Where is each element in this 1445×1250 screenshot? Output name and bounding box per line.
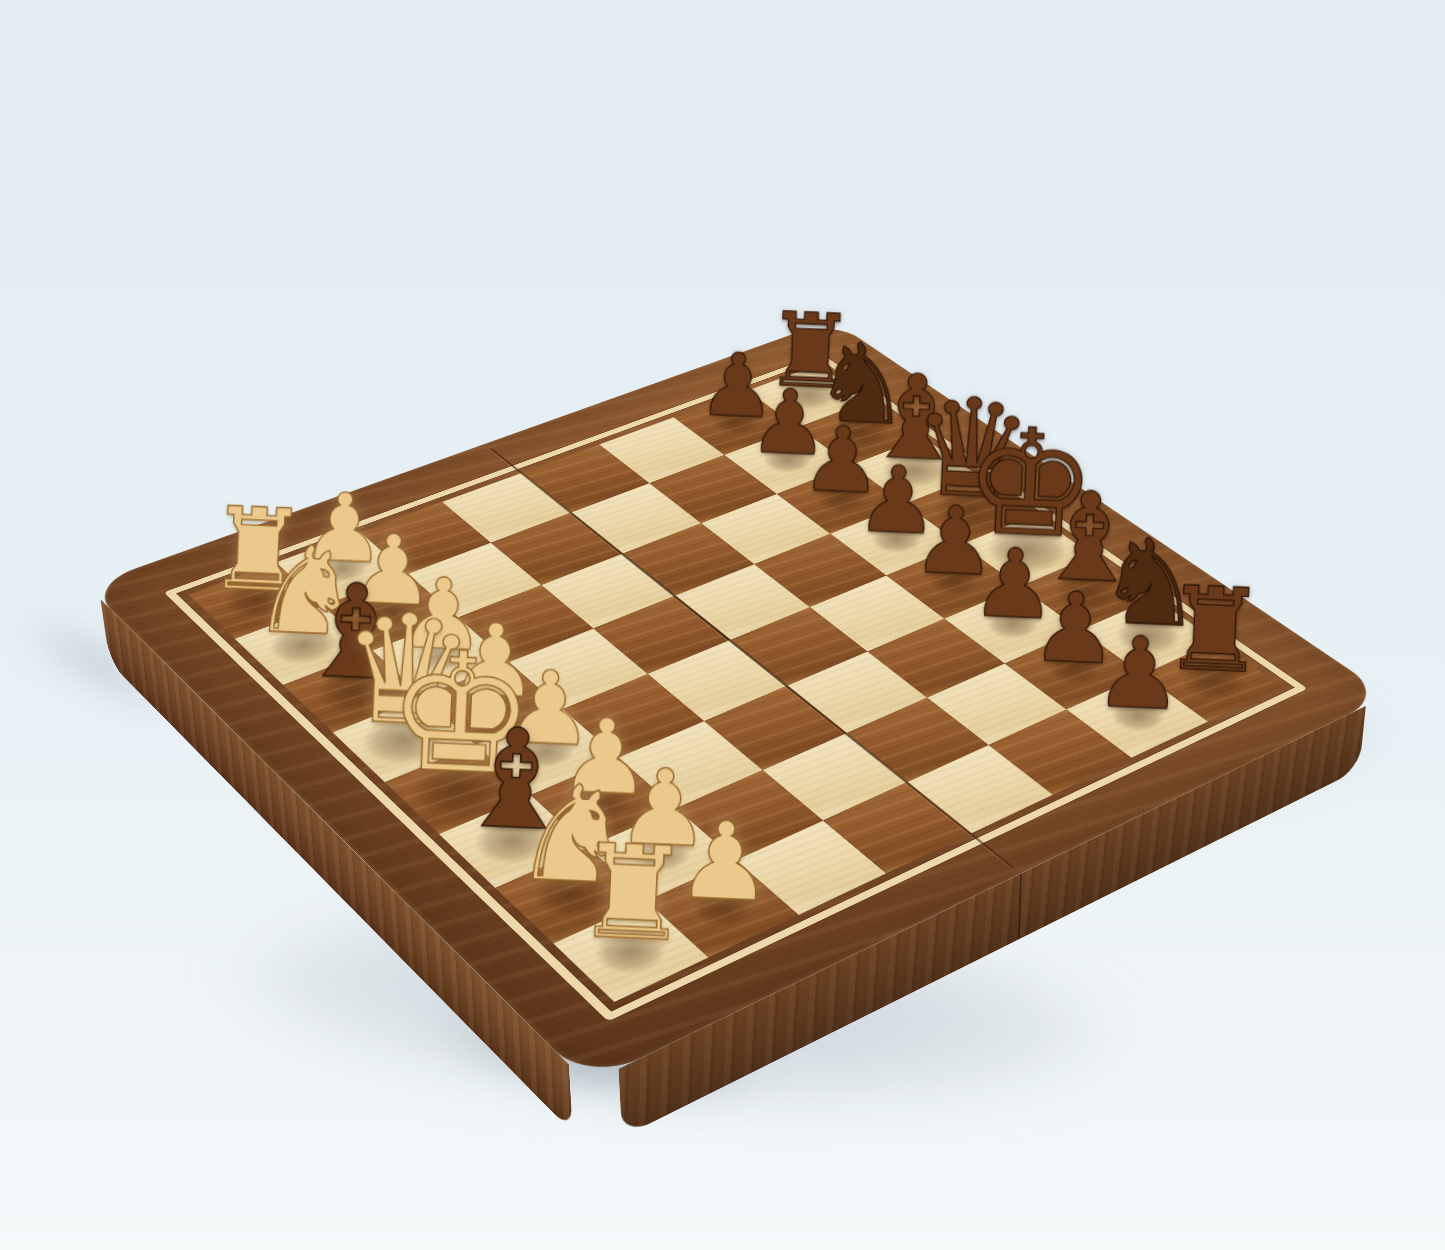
fold-seam-edge bbox=[1018, 873, 1022, 940]
scene-rotation: ♜♞♝♛♚♝♞♜♟♟♟♟♟♟♟♟♟♟♟♟♟♟♟♟♜♞♝♛♚♝♞♜ bbox=[0, 0, 1445, 1250]
pawn-icon: ♟ bbox=[1025, 619, 1255, 727]
studio-backdrop: ♜♞♝♛♚♝♞♜♟♟♟♟♟♟♟♟♟♟♟♟♟♟♟♟♜♞♝♛♚♝♞♜ bbox=[0, 0, 1445, 1250]
chess-board: ♜♞♝♛♚♝♞♜♟♟♟♟♟♟♟♟♟♟♟♟♟♟♟♟♜♞♝♛♚♝♞♜ bbox=[87, 320, 1388, 1084]
rook-icon: ♜ bbox=[506, 824, 761, 964]
perspective-scene: ♜♞♝♛♚♝♞♜♟♟♟♟♟♟♟♟♟♟♟♟♟♟♟♟♜♞♝♛♚♝♞♜ bbox=[0, 0, 1445, 1250]
